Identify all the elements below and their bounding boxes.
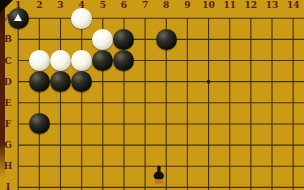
black-stone-D2 <box>29 71 50 92</box>
col-label-8: 8 <box>157 0 175 10</box>
col-label-6: 6 <box>115 0 133 10</box>
col-label-12: 12 <box>242 0 260 10</box>
col-label-3: 3 <box>52 0 70 10</box>
hand-cursor-icon <box>152 165 166 185</box>
col-label-7: 7 <box>136 0 154 10</box>
corner-wedge <box>0 0 13 13</box>
black-stone-D3 <box>50 71 71 92</box>
black-stone-B8 <box>156 29 177 50</box>
col-label-5: 5 <box>94 0 112 10</box>
white-stone-C3 <box>50 50 71 71</box>
col-label-10: 10 <box>200 0 218 10</box>
col-label-9: 9 <box>178 0 196 10</box>
col-label-2: 2 <box>30 0 48 10</box>
row-label-I: I <box>1 182 15 190</box>
col-label-11: 11 <box>221 0 239 10</box>
white-stone-A4 <box>71 8 92 29</box>
left-edge-strip <box>0 0 5 178</box>
white-stone-C4 <box>71 50 92 71</box>
col-label-14: 14 <box>284 0 302 10</box>
col-label-13: 13 <box>263 0 281 10</box>
triangle-marker <box>14 14 22 21</box>
white-stone-C2 <box>29 50 50 71</box>
go-board[interactable]: 1234567891011121314ABCDEFGHI <box>0 0 304 190</box>
white-stone-B5 <box>92 29 113 50</box>
board-grid <box>0 0 304 190</box>
